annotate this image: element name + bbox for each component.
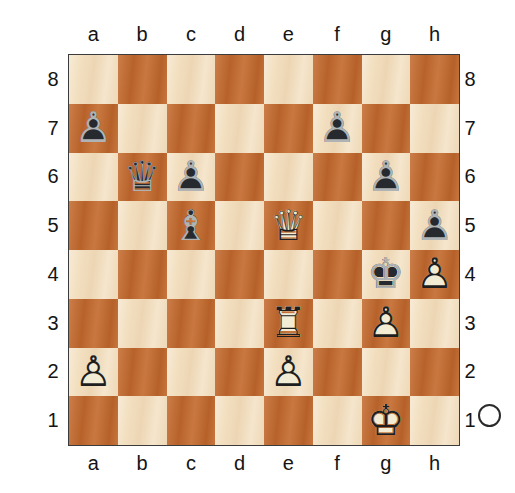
square-h6[interactable] [410, 153, 459, 202]
square-a1[interactable] [69, 396, 118, 445]
file-label-bottom-d: d [215, 450, 264, 476]
square-g4[interactable]: ♚♔ [362, 250, 411, 299]
square-c1[interactable] [167, 396, 216, 445]
square-h3[interactable] [410, 299, 459, 348]
square-e8[interactable] [264, 55, 313, 104]
file-label-top-d: d [215, 21, 264, 47]
chess-board: ♟♙♟♙♛♕♟♙♟♙♝♗♛♕♟♙♚♔♟♙♜♖♟♙♟♙♟♙♚♔ [68, 54, 460, 446]
rank-label-left-8: 8 [41, 55, 65, 104]
square-g1[interactable]: ♚♔ [362, 396, 411, 445]
rank-label-left-1: 1 [41, 396, 65, 445]
file-labels-top: abcdefgh [69, 21, 459, 47]
white-rook-icon[interactable]: ♜♖ [264, 299, 312, 347]
square-d4[interactable] [215, 250, 264, 299]
square-d6[interactable] [215, 153, 264, 202]
rank-label-left-4: 4 [41, 250, 65, 299]
square-b1[interactable] [118, 396, 167, 445]
file-label-top-f: f [313, 21, 362, 47]
black-bishop-icon[interactable]: ♝♗ [167, 202, 215, 250]
square-f1[interactable] [313, 396, 362, 445]
square-b4[interactable] [118, 250, 167, 299]
white-pawn-icon[interactable]: ♟♙ [264, 348, 312, 396]
chess-diagram: abcdefgh 87654321 ♟♙♟♙♛♕♟♙♟♙♝♗♛♕♟♙♚♔♟♙♜♖… [0, 0, 515, 493]
square-d5[interactable] [215, 201, 264, 250]
square-c8[interactable] [167, 55, 216, 104]
square-a3[interactable] [69, 299, 118, 348]
black-pawn-icon[interactable]: ♟♙ [167, 153, 215, 201]
file-label-bottom-f: f [313, 450, 362, 476]
square-d2[interactable] [215, 348, 264, 397]
square-f8[interactable] [313, 55, 362, 104]
rank-label-right-7: 7 [458, 104, 482, 153]
square-a2[interactable]: ♟♙ [69, 348, 118, 397]
file-label-bottom-b: b [118, 450, 167, 476]
file-label-bottom-c: c [167, 450, 216, 476]
square-d3[interactable] [215, 299, 264, 348]
square-h5[interactable]: ♟♙ [410, 201, 459, 250]
square-e5[interactable]: ♛♕ [264, 201, 313, 250]
black-pawn-icon[interactable]: ♟♙ [362, 153, 410, 201]
white-pawn-icon[interactable]: ♟♙ [411, 250, 459, 298]
rank-label-right-5: 5 [458, 201, 482, 250]
square-c6[interactable]: ♟♙ [167, 153, 216, 202]
square-h4[interactable]: ♟♙ [410, 250, 459, 299]
square-h8[interactable] [410, 55, 459, 104]
square-g2[interactable] [362, 348, 411, 397]
file-label-top-e: e [264, 21, 313, 47]
file-labels-bottom: abcdefgh [69, 450, 459, 476]
file-label-top-h: h [410, 21, 459, 47]
square-c4[interactable] [167, 250, 216, 299]
square-b7[interactable] [118, 104, 167, 153]
rank-label-right-6: 6 [458, 153, 482, 202]
rank-label-left-3: 3 [41, 299, 65, 348]
black-pawn-icon[interactable]: ♟♙ [313, 104, 361, 152]
square-f6[interactable] [313, 153, 362, 202]
white-pawn-icon[interactable]: ♟♙ [362, 299, 410, 347]
square-f3[interactable] [313, 299, 362, 348]
white-king-icon[interactable]: ♚♔ [362, 397, 410, 445]
square-b2[interactable] [118, 348, 167, 397]
rank-labels-left: 87654321 [41, 55, 65, 445]
square-e2[interactable]: ♟♙ [264, 348, 313, 397]
square-a5[interactable] [69, 201, 118, 250]
square-a7[interactable]: ♟♙ [69, 104, 118, 153]
rank-label-left-6: 6 [41, 153, 65, 202]
black-pawn-icon[interactable]: ♟♙ [411, 202, 459, 250]
rank-label-right-8: 8 [458, 55, 482, 104]
square-h7[interactable] [410, 104, 459, 153]
file-label-top-c: c [167, 21, 216, 47]
rank-label-left-7: 7 [41, 104, 65, 153]
square-f5[interactable] [313, 201, 362, 250]
square-d1[interactable] [215, 396, 264, 445]
square-c2[interactable] [167, 348, 216, 397]
square-f7[interactable]: ♟♙ [313, 104, 362, 153]
black-king-icon[interactable]: ♚♔ [362, 250, 410, 298]
rank-label-right-2: 2 [458, 348, 482, 397]
rank-label-right-3: 3 [458, 299, 482, 348]
square-f4[interactable] [313, 250, 362, 299]
rank-labels-right: 87654321 [458, 55, 482, 445]
square-h2[interactable] [410, 348, 459, 397]
square-d7[interactable] [215, 104, 264, 153]
file-label-bottom-g: g [362, 450, 411, 476]
square-e4[interactable] [264, 250, 313, 299]
square-c7[interactable] [167, 104, 216, 153]
black-pawn-icon[interactable]: ♟♙ [69, 104, 117, 152]
file-label-bottom-e: e [264, 450, 313, 476]
square-f2[interactable] [313, 348, 362, 397]
square-b8[interactable] [118, 55, 167, 104]
square-a8[interactable] [69, 55, 118, 104]
square-g6[interactable]: ♟♙ [362, 153, 411, 202]
file-label-top-g: g [362, 21, 411, 47]
white-pawn-icon[interactable]: ♟♙ [69, 348, 117, 396]
square-b6[interactable]: ♛♕ [118, 153, 167, 202]
square-g7[interactable] [362, 104, 411, 153]
rank-label-left-2: 2 [41, 348, 65, 397]
file-label-bottom-h: h [410, 450, 459, 476]
square-g3[interactable]: ♟♙ [362, 299, 411, 348]
white-queen-icon[interactable]: ♛♕ [264, 202, 312, 250]
square-g5[interactable] [362, 201, 411, 250]
square-d8[interactable] [215, 55, 264, 104]
file-label-bottom-a: a [69, 450, 118, 476]
square-e1[interactable] [264, 396, 313, 445]
black-queen-icon[interactable]: ♛♕ [118, 153, 166, 201]
square-c5[interactable]: ♝♗ [167, 201, 216, 250]
file-label-top-b: b [118, 21, 167, 47]
square-e3[interactable]: ♜♖ [264, 299, 313, 348]
square-e7[interactable] [264, 104, 313, 153]
side-to-move-indicator [478, 404, 501, 427]
rank-label-left-5: 5 [41, 201, 65, 250]
square-b3[interactable] [118, 299, 167, 348]
square-e6[interactable] [264, 153, 313, 202]
square-a6[interactable] [69, 153, 118, 202]
file-label-top-a: a [69, 21, 118, 47]
square-a4[interactable] [69, 250, 118, 299]
square-h1[interactable] [410, 396, 459, 445]
square-b5[interactable] [118, 201, 167, 250]
square-g8[interactable] [362, 55, 411, 104]
rank-label-right-4: 4 [458, 250, 482, 299]
square-c3[interactable] [167, 299, 216, 348]
